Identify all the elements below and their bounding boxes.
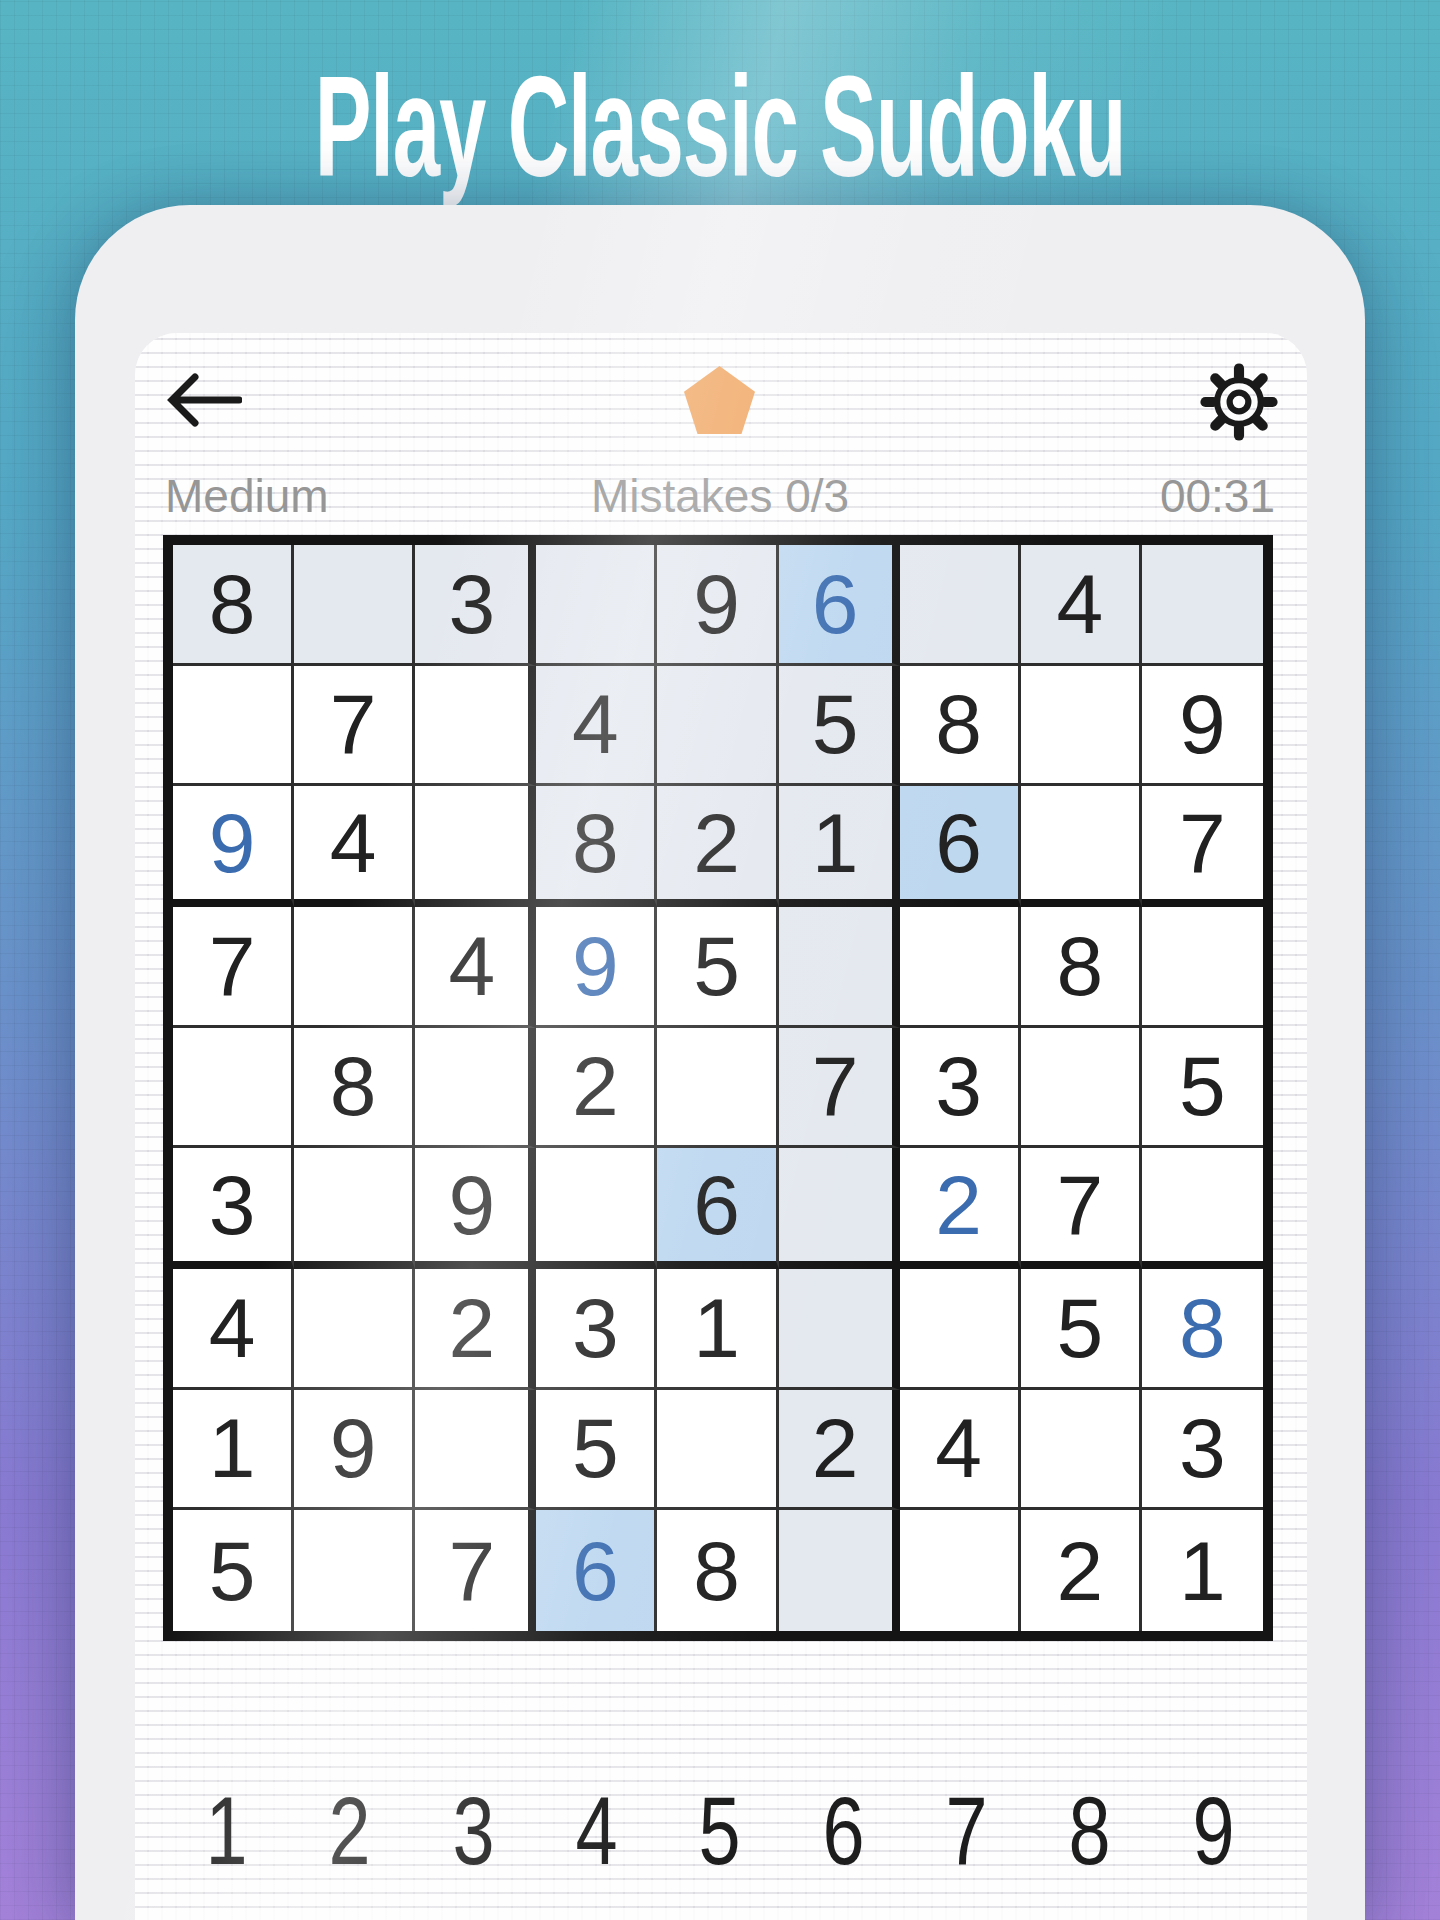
cell-r5c1[interactable] xyxy=(173,1028,294,1149)
cell-r2c3[interactable] xyxy=(415,666,536,787)
cell-r7c6[interactable] xyxy=(779,1269,900,1390)
numpad-3[interactable]: 3 xyxy=(425,1778,521,1882)
cell-r1c7[interactable] xyxy=(900,545,1021,666)
cell-r2c8[interactable] xyxy=(1021,666,1142,787)
cell-r8c8[interactable] xyxy=(1021,1390,1142,1511)
cell-r6c3[interactable]: 9 xyxy=(415,1148,536,1269)
cell-r9c8[interactable]: 2 xyxy=(1021,1510,1142,1631)
cell-r3c1[interactable]: 9 xyxy=(173,786,294,907)
cell-r7c7[interactable] xyxy=(900,1269,1021,1390)
mistakes-label: Mistakes 0/3 xyxy=(165,472,1275,520)
cell-r5c8[interactable] xyxy=(1021,1028,1142,1149)
cell-r4c3[interactable]: 4 xyxy=(415,907,536,1028)
cell-r6c9[interactable] xyxy=(1142,1148,1263,1269)
cell-r8c7[interactable]: 4 xyxy=(900,1390,1021,1511)
numpad-4[interactable]: 4 xyxy=(549,1778,645,1882)
cell-r1c3[interactable]: 3 xyxy=(415,545,536,666)
cell-r3c8[interactable] xyxy=(1021,786,1142,907)
status-row: Medium Mistakes 0/3 00:31 xyxy=(165,472,1275,520)
cell-r9c9[interactable]: 1 xyxy=(1142,1510,1263,1631)
numpad-7[interactable]: 7 xyxy=(919,1778,1015,1882)
cell-r4c7[interactable] xyxy=(900,907,1021,1028)
cell-r3c4[interactable]: 8 xyxy=(536,786,657,907)
cell-r9c4[interactable]: 6 xyxy=(536,1510,657,1631)
cell-r7c5[interactable]: 1 xyxy=(657,1269,778,1390)
cell-r2c1[interactable] xyxy=(173,666,294,787)
cell-r6c4[interactable] xyxy=(536,1148,657,1269)
cell-r4c4[interactable]: 9 xyxy=(536,907,657,1028)
cell-r8c1[interactable]: 1 xyxy=(173,1390,294,1511)
cell-r4c9[interactable] xyxy=(1142,907,1263,1028)
cell-r8c6[interactable]: 2 xyxy=(779,1390,900,1511)
back-arrow-icon xyxy=(166,368,242,432)
cell-r8c4[interactable]: 5 xyxy=(536,1390,657,1511)
cell-r8c9[interactable]: 3 xyxy=(1142,1390,1263,1511)
numpad-8[interactable]: 8 xyxy=(1042,1778,1138,1882)
settings-button[interactable] xyxy=(1200,363,1278,441)
cell-r9c2[interactable] xyxy=(294,1510,415,1631)
cell-r3c3[interactable] xyxy=(415,786,536,907)
cell-r1c4[interactable] xyxy=(536,545,657,666)
cell-r8c5[interactable] xyxy=(657,1390,778,1511)
numpad-9[interactable]: 9 xyxy=(1165,1778,1261,1882)
cell-r5c7[interactable]: 3 xyxy=(900,1028,1021,1149)
cell-r6c2[interactable] xyxy=(294,1148,415,1269)
cell-r3c7[interactable]: 6 xyxy=(900,786,1021,907)
back-button[interactable] xyxy=(166,368,242,432)
cell-r6c8[interactable]: 7 xyxy=(1021,1148,1142,1269)
cell-r3c2[interactable]: 4 xyxy=(294,786,415,907)
cell-r5c4[interactable]: 2 xyxy=(536,1028,657,1149)
cell-r4c8[interactable]: 8 xyxy=(1021,907,1142,1028)
promo-page: Play Classic Sudoku xyxy=(0,0,1440,1920)
cell-r2c9[interactable]: 9 xyxy=(1142,666,1263,787)
sudoku-board: 8396474589948216774958827353962742315819… xyxy=(163,535,1273,1641)
cell-r5c3[interactable] xyxy=(415,1028,536,1149)
cell-r9c3[interactable]: 7 xyxy=(415,1510,536,1631)
cell-r5c5[interactable] xyxy=(657,1028,778,1149)
numpad-2[interactable]: 2 xyxy=(302,1778,398,1882)
cell-r1c1[interactable]: 8 xyxy=(173,545,294,666)
number-pad: 1 2 3 4 5 6 7 8 9 xyxy=(165,1778,1275,1882)
timer-label: 00:31 xyxy=(1160,472,1275,520)
cell-r9c1[interactable]: 5 xyxy=(173,1510,294,1631)
cell-r7c1[interactable]: 4 xyxy=(173,1269,294,1390)
cell-r2c6[interactable]: 5 xyxy=(779,666,900,787)
cell-r9c5[interactable]: 8 xyxy=(657,1510,778,1631)
difficulty-label: Medium xyxy=(165,472,329,520)
cell-r2c5[interactable] xyxy=(657,666,778,787)
numpad-5[interactable]: 5 xyxy=(672,1778,768,1882)
cell-r7c8[interactable]: 5 xyxy=(1021,1269,1142,1390)
cell-r5c6[interactable]: 7 xyxy=(779,1028,900,1149)
cell-r6c1[interactable]: 3 xyxy=(173,1148,294,1269)
cell-r5c9[interactable]: 5 xyxy=(1142,1028,1263,1149)
page-title: Play Classic Sudoku xyxy=(288,52,1152,202)
cell-r7c4[interactable]: 3 xyxy=(536,1269,657,1390)
cell-r9c6[interactable] xyxy=(779,1510,900,1631)
cell-r2c7[interactable]: 8 xyxy=(900,666,1021,787)
cell-r1c6[interactable]: 6 xyxy=(779,545,900,666)
numpad-1[interactable]: 1 xyxy=(179,1778,275,1882)
cell-r1c8[interactable]: 4 xyxy=(1021,545,1142,666)
cell-r6c7[interactable]: 2 xyxy=(900,1148,1021,1269)
cell-r1c2[interactable] xyxy=(294,545,415,666)
cell-r4c5[interactable]: 5 xyxy=(657,907,778,1028)
cell-r3c5[interactable]: 2 xyxy=(657,786,778,907)
cell-r3c6[interactable]: 1 xyxy=(779,786,900,907)
cell-r3c9[interactable]: 7 xyxy=(1142,786,1263,907)
cell-r5c2[interactable]: 8 xyxy=(294,1028,415,1149)
cell-r6c6[interactable] xyxy=(779,1148,900,1269)
numpad-6[interactable]: 6 xyxy=(795,1778,891,1882)
cell-r7c3[interactable]: 2 xyxy=(415,1269,536,1390)
cell-r2c4[interactable]: 4 xyxy=(536,666,657,787)
cell-r8c2[interactable]: 9 xyxy=(294,1390,415,1511)
cell-r1c5[interactable]: 9 xyxy=(657,545,778,666)
cell-r8c3[interactable] xyxy=(415,1390,536,1511)
cell-r4c6[interactable] xyxy=(779,907,900,1028)
gear-icon xyxy=(1200,363,1278,441)
cell-r1c9[interactable] xyxy=(1142,545,1263,666)
cell-r6c5[interactable]: 6 xyxy=(657,1148,778,1269)
cell-r9c7[interactable] xyxy=(900,1510,1021,1631)
cell-r4c1[interactable]: 7 xyxy=(173,907,294,1028)
cell-r4c2[interactable] xyxy=(294,907,415,1028)
cell-r7c2[interactable] xyxy=(294,1269,415,1390)
cell-r7c9[interactable]: 8 xyxy=(1142,1269,1263,1390)
cell-r2c2[interactable]: 7 xyxy=(294,666,415,787)
